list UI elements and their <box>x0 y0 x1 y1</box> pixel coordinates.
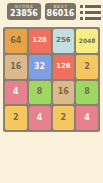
tile-128: 128 <box>29 29 51 53</box>
tile-16: 16 <box>53 81 75 105</box>
app-screen: SCORE 23856 BEST 86016 64128256204816321… <box>0 0 103 183</box>
score-box: SCORE 23856 <box>7 3 41 20</box>
score-value: 23856 <box>10 10 38 18</box>
tile-2048: 2048 <box>76 29 98 53</box>
menu-button[interactable] <box>80 5 101 20</box>
tile-16: 16 <box>5 55 27 79</box>
list-menu-icon <box>80 17 101 20</box>
tile-32: 32 <box>29 55 51 79</box>
list-menu-icon <box>80 11 101 14</box>
tile-2: 2 <box>76 55 98 79</box>
list-menu-icon <box>80 5 101 8</box>
best-value: 86016 <box>47 10 75 18</box>
tile-4: 4 <box>5 81 27 105</box>
tile-64: 64 <box>5 29 27 53</box>
tile-8: 8 <box>29 81 51 105</box>
tile-8: 8 <box>76 81 98 105</box>
tile-128: 128 <box>53 55 75 79</box>
board[interactable]: 64128256204816321282481682424 <box>3 27 100 132</box>
best-score-box: BEST 86016 <box>45 3 76 20</box>
tile-4: 4 <box>29 106 51 130</box>
tile-2: 2 <box>5 106 27 130</box>
tile-256: 256 <box>53 29 75 53</box>
tile-4: 4 <box>76 106 98 130</box>
tile-2: 2 <box>53 106 75 130</box>
